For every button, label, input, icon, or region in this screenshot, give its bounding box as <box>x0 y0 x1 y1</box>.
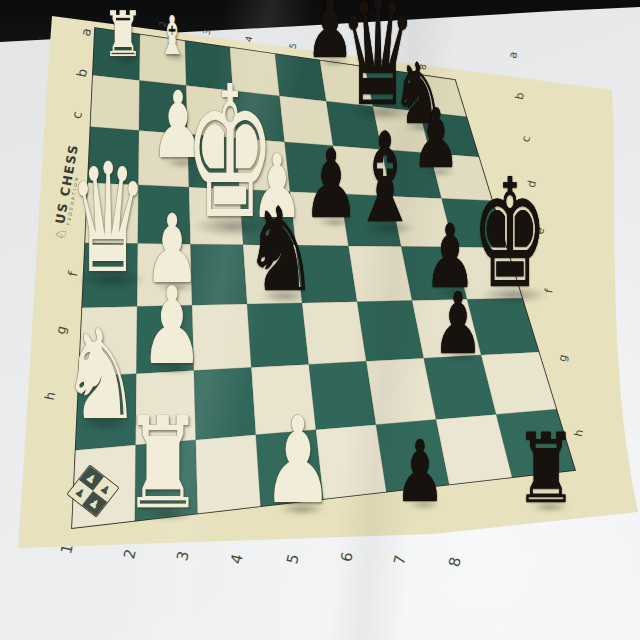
square-f5 <box>302 302 366 365</box>
square-h3 <box>196 435 261 514</box>
square-h5 <box>316 425 386 499</box>
square-a3 <box>185 41 233 91</box>
square-d5 <box>290 192 349 246</box>
square-d3 <box>189 187 243 245</box>
square-e4 <box>243 245 302 304</box>
square-e1 <box>82 243 138 308</box>
square-e2 <box>137 244 192 307</box>
square-c5 <box>285 142 341 194</box>
chess-mat <box>0 0 640 640</box>
square-b5 <box>280 96 334 146</box>
photo-scene: ♘ US CHESS FEDERATION ♟ ♟ ♟ ♟ ♝♜♟♛♞♟♟♟♟♚… <box>0 0 640 640</box>
square-e5 <box>296 245 357 303</box>
square-h1 <box>72 445 136 528</box>
square-f1 <box>79 306 137 376</box>
square-b3 <box>186 86 236 139</box>
square-e3 <box>190 244 247 305</box>
square-c2 <box>138 131 189 188</box>
square-g5 <box>309 361 376 429</box>
square-d4 <box>239 189 295 245</box>
square-d2 <box>138 185 191 244</box>
square-g3 <box>194 367 256 439</box>
square-d1 <box>85 183 138 244</box>
square-f2 <box>136 305 193 373</box>
square-c3 <box>188 134 240 189</box>
square-b1 <box>90 75 139 130</box>
square-a4 <box>230 48 280 96</box>
square-h4 <box>256 430 324 507</box>
square-a1 <box>93 28 140 80</box>
square-c1 <box>88 127 139 185</box>
square-f4 <box>247 303 309 368</box>
square-g4 <box>251 364 316 434</box>
square-a2 <box>140 35 187 86</box>
square-a5 <box>275 54 326 101</box>
square-c4 <box>236 138 290 192</box>
square-b2 <box>139 80 188 134</box>
square-g1 <box>76 374 137 451</box>
square-b4 <box>233 91 285 142</box>
square-f3 <box>192 304 251 370</box>
square-h2 <box>135 440 198 521</box>
square-g2 <box>136 371 196 446</box>
